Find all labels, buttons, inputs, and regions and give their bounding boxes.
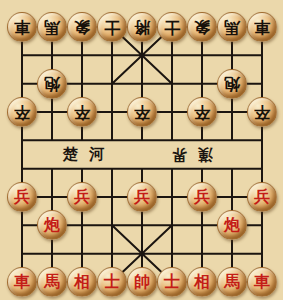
piece-glyph: 象	[194, 19, 210, 35]
piece-glyph: 士	[164, 274, 180, 290]
piece-black-horse[interactable]: 馬	[217, 12, 247, 42]
piece-glyph: 卒	[254, 104, 270, 120]
piece-black-general[interactable]: 將	[127, 12, 157, 42]
piece-glyph: 兵	[74, 189, 90, 205]
piece-glyph: 相	[194, 274, 210, 290]
piece-red-horse[interactable]: 馬	[217, 267, 247, 297]
river-label-chu-he: 楚河	[52, 145, 115, 164]
piece-red-soldier[interactable]: 兵	[127, 182, 157, 212]
piece-glyph: 炮	[44, 76, 60, 92]
piece-red-horse[interactable]: 馬	[37, 267, 67, 297]
piece-glyph: 兵	[14, 189, 30, 205]
piece-black-chariot[interactable]: 車	[247, 12, 277, 42]
piece-glyph: 相	[74, 274, 90, 290]
piece-glyph: 馬	[44, 274, 60, 290]
piece-black-elephant[interactable]: 象	[67, 12, 97, 42]
xiangqi-board: 楚河 漢界 車馬象士將士象馬車炮炮卒卒卒卒卒兵兵兵兵兵炮炮車馬相士帥士相馬車	[0, 0, 283, 300]
piece-glyph: 象	[74, 19, 90, 35]
piece-glyph: 卒	[194, 104, 210, 120]
piece-glyph: 兵	[134, 189, 150, 205]
piece-glyph: 士	[104, 274, 120, 290]
piece-red-soldier[interactable]: 兵	[247, 182, 277, 212]
piece-red-general[interactable]: 帥	[127, 267, 157, 297]
piece-glyph: 車	[14, 19, 30, 35]
river-label-han-jie: 漢界	[161, 145, 224, 164]
board-grid	[0, 0, 283, 300]
piece-glyph: 炮	[44, 217, 60, 233]
piece-glyph: 士	[104, 19, 120, 35]
piece-red-soldier[interactable]: 兵	[187, 182, 217, 212]
piece-black-soldier[interactable]: 卒	[7, 97, 37, 127]
piece-black-advisor[interactable]: 士	[157, 12, 187, 42]
piece-glyph: 將	[134, 19, 150, 35]
piece-black-advisor[interactable]: 士	[97, 12, 127, 42]
piece-glyph: 卒	[14, 104, 30, 120]
piece-glyph: 車	[14, 274, 30, 290]
piece-black-chariot[interactable]: 車	[7, 12, 37, 42]
piece-red-soldier[interactable]: 兵	[67, 182, 97, 212]
piece-glyph: 士	[164, 19, 180, 35]
piece-black-soldier[interactable]: 卒	[247, 97, 277, 127]
piece-glyph: 馬	[224, 19, 240, 35]
piece-black-soldier[interactable]: 卒	[187, 97, 217, 127]
piece-glyph: 炮	[224, 217, 240, 233]
piece-glyph: 帥	[134, 274, 150, 290]
piece-red-chariot[interactable]: 車	[247, 267, 277, 297]
piece-red-elephant[interactable]: 相	[67, 267, 97, 297]
piece-red-chariot[interactable]: 車	[7, 267, 37, 297]
piece-black-soldier[interactable]: 卒	[67, 97, 97, 127]
piece-black-horse[interactable]: 馬	[37, 12, 67, 42]
piece-red-elephant[interactable]: 相	[187, 267, 217, 297]
piece-black-elephant[interactable]: 象	[187, 12, 217, 42]
piece-glyph: 車	[254, 19, 270, 35]
piece-glyph: 兵	[194, 189, 210, 205]
piece-glyph: 卒	[134, 104, 150, 120]
piece-glyph: 馬	[224, 274, 240, 290]
piece-glyph: 兵	[254, 189, 270, 205]
piece-glyph: 馬	[44, 19, 60, 35]
piece-glyph: 車	[254, 274, 270, 290]
piece-glyph: 炮	[224, 76, 240, 92]
piece-red-soldier[interactable]: 兵	[7, 182, 37, 212]
piece-black-soldier[interactable]: 卒	[127, 97, 157, 127]
piece-red-advisor[interactable]: 士	[97, 267, 127, 297]
piece-red-advisor[interactable]: 士	[157, 267, 187, 297]
piece-glyph: 卒	[74, 104, 90, 120]
piece-black-cannon[interactable]: 炮	[217, 69, 247, 99]
piece-black-cannon[interactable]: 炮	[37, 69, 67, 99]
